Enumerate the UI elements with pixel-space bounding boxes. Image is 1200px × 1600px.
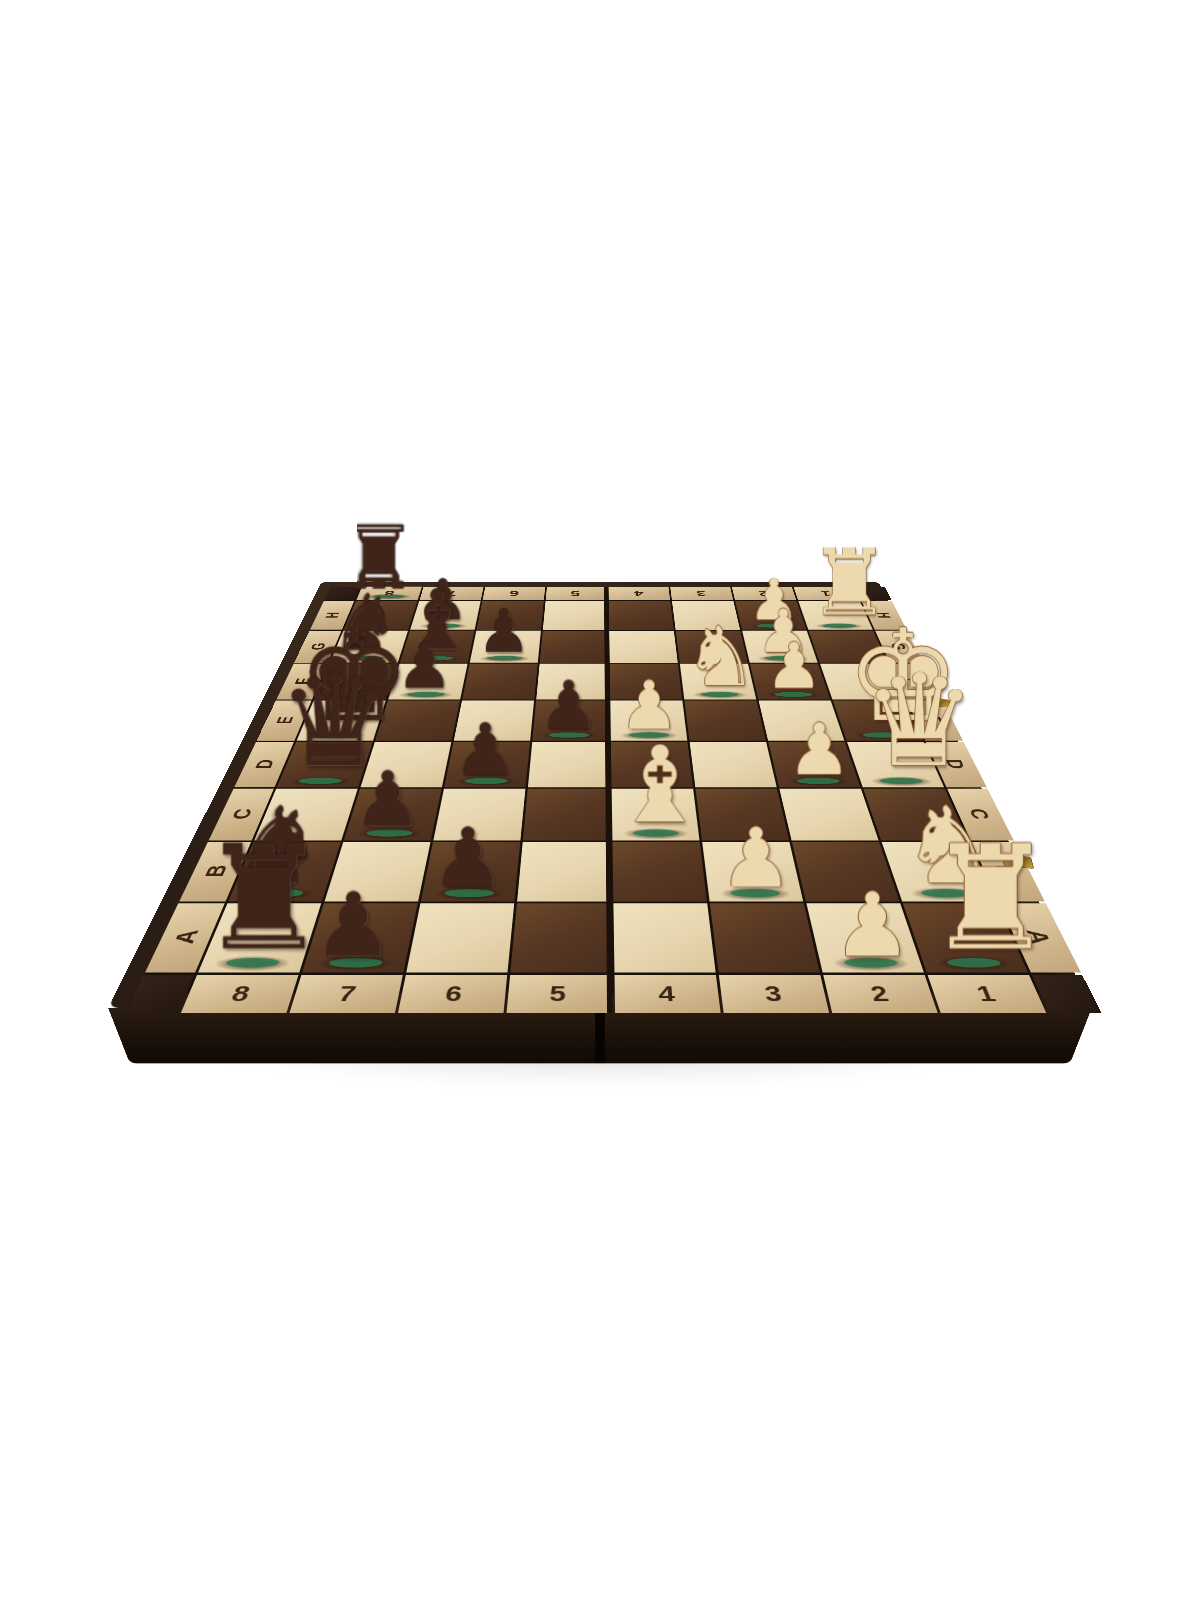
piece-felt-base — [327, 958, 383, 968]
piece-felt-base — [632, 830, 679, 837]
rank-label: 7 — [446, 590, 458, 598]
square-c2 — [779, 789, 878, 841]
piece-felt-base — [700, 692, 739, 697]
file-label: A — [1021, 930, 1056, 944]
square-h2: ♟ — [735, 601, 806, 630]
piece-felt-base — [919, 889, 972, 897]
rank-label: 7 — [336, 983, 358, 1005]
border-corner — [855, 587, 891, 600]
square-e7 — [375, 701, 460, 741]
square-b4 — [612, 842, 707, 902]
piece-felt-base — [224, 958, 281, 968]
square-d2: ♟ — [768, 742, 860, 787]
rank-label: 6 — [509, 590, 520, 598]
black-pawn-c7: ♟ — [344, 762, 431, 838]
border-corner — [324, 587, 360, 600]
piece-felt-base — [730, 889, 781, 897]
square-c5 — [523, 789, 610, 841]
file-label: A — [169, 930, 203, 944]
square-d5 — [528, 742, 609, 787]
rank-label-cell-5: 5 — [546, 587, 607, 600]
square-h4 — [609, 601, 674, 630]
square-e3 — [684, 701, 765, 741]
file-label: G — [307, 643, 329, 650]
box-front-side — [108, 1008, 1092, 1064]
piece-felt-base — [764, 656, 801, 660]
rank-label: 3 — [763, 983, 783, 1005]
black-pawn-a7: ♟ — [303, 881, 404, 969]
piece-felt-base — [878, 778, 924, 784]
square-c7: ♟ — [344, 789, 442, 841]
square-f4 — [610, 664, 683, 700]
square-b6: ♟ — [421, 842, 520, 902]
piece-felt-base — [365, 830, 413, 837]
rank-label: 4 — [634, 590, 644, 598]
file-label: D — [251, 759, 278, 768]
file-label: C — [228, 808, 257, 819]
square-g3 — [676, 631, 748, 663]
rank-label: 5 — [570, 590, 580, 598]
file-label-cell-C: C — [209, 789, 274, 841]
rank-label: 6 — [444, 983, 464, 1005]
rank-label: 2 — [868, 983, 891, 1005]
rank-label: 5 — [549, 983, 566, 1005]
square-h1: ♜ — [798, 601, 873, 630]
square-e2 — [759, 701, 845, 741]
product-photo-page: Overhead-angle product photo of a folded… — [0, 0, 1200, 1600]
piece-felt-base — [549, 732, 590, 738]
file-label: H — [322, 612, 343, 618]
piece-felt-base — [821, 624, 857, 628]
square-e4: ♟ — [610, 701, 687, 741]
square-e8: ♚ — [297, 701, 386, 741]
square-a5 — [510, 903, 611, 972]
rank-label: 1 — [820, 590, 833, 598]
piece-felt-base — [796, 778, 841, 784]
square-e6 — [454, 701, 534, 741]
piece-felt-base — [755, 624, 790, 628]
square-h7: ♟ — [410, 601, 481, 630]
square-g2: ♟ — [742, 631, 818, 663]
square-d8: ♛ — [277, 742, 373, 787]
pawn-glyph: ♟ — [822, 881, 923, 969]
square-c4: ♝ — [612, 789, 700, 841]
square-d7 — [361, 742, 452, 787]
file-label: F — [291, 678, 314, 684]
square-h3 — [672, 601, 740, 630]
square-b7 — [325, 842, 431, 902]
square-h6 — [476, 601, 543, 630]
file-label: G — [887, 643, 909, 650]
square-g8: ♞ — [330, 631, 408, 663]
rank-label: 1 — [973, 983, 998, 1005]
square-f2: ♟ — [750, 664, 830, 700]
square-d4 — [611, 742, 693, 787]
rank-label-cell-7: 7 — [419, 587, 483, 600]
square-g6: ♟ — [470, 631, 541, 663]
rank-label-cell-4: 4 — [609, 587, 671, 600]
square-c3 — [696, 789, 790, 841]
file-label: E — [272, 716, 297, 724]
file-label: F — [904, 678, 927, 684]
pawn-glyph: ♟ — [742, 572, 806, 628]
square-f7: ♟ — [388, 664, 467, 700]
white-pawn-a2: ♟ — [822, 881, 923, 969]
rank-label-cell-6: 6 — [483, 587, 546, 600]
square-f8 — [314, 664, 397, 700]
folding-chess-board: 8♜7654321H♟♟♜HG♞♝♟♟GF♟♞♟FE♚♟♟♚ED♛♟♟♛DC♟♝… — [108, 582, 1092, 1008]
square-b5 — [517, 842, 611, 902]
piece-felt-base — [464, 778, 508, 784]
square-b2 — [792, 842, 900, 902]
pawn-glyph: ♟ — [303, 881, 404, 969]
piece-felt-base — [252, 889, 305, 897]
pawn-glyph: ♟ — [410, 572, 474, 628]
square-d3 — [690, 742, 777, 787]
rook-glyph: ♜ — [357, 512, 418, 599]
piece-felt-base — [297, 778, 342, 784]
square-h8 — [344, 601, 418, 630]
file-label: C — [965, 808, 994, 819]
rank-label: 3 — [696, 590, 707, 598]
square-g1 — [809, 631, 888, 663]
piece-felt-base — [443, 889, 494, 897]
white-rook-h1: ♜ — [808, 537, 872, 629]
square-f3: ♞ — [680, 664, 756, 700]
file-label: D — [942, 759, 969, 768]
square-b3: ♟ — [702, 842, 803, 902]
white-pawn-h2: ♟ — [742, 572, 806, 628]
square-a4 — [613, 903, 715, 972]
rank-label: 2 — [758, 590, 770, 598]
rank-label-cell-1: 1 — [793, 587, 859, 600]
square-c6 — [433, 789, 525, 841]
rank-label-cell-3: 3 — [670, 587, 733, 600]
rook-glyph: ♜ — [808, 537, 872, 629]
square-a7: ♟ — [302, 903, 418, 972]
piece-felt-base — [628, 732, 669, 738]
square-f5 — [536, 664, 608, 700]
file-label: E — [922, 716, 947, 724]
piece-felt-base — [945, 958, 1002, 968]
black-pawn-h7: ♟ — [410, 572, 474, 628]
square-e5: ♟ — [532, 701, 608, 741]
file-label-cell-C: C — [947, 789, 1014, 841]
square-g4 — [609, 631, 678, 663]
black-rook-h8-on-border: ♜ — [357, 512, 418, 599]
square-a6 — [406, 903, 514, 972]
piece-felt-base — [842, 958, 898, 968]
square-a3 — [710, 903, 820, 972]
square-d6: ♟ — [444, 742, 530, 787]
rank-label-cell-8: 8♜ — [356, 587, 422, 600]
pawn-glyph: ♟ — [344, 762, 431, 838]
fold-gap — [595, 1008, 605, 1064]
square-g7: ♝ — [400, 631, 475, 663]
board-grid: 8♜7654321H♟♟♜HG♞♝♟♟GF♟♞♟FE♚♟♟♚ED♛♟♟♛DC♟♝… — [135, 587, 1064, 993]
piece-felt-base — [773, 692, 813, 697]
square-g5 — [540, 631, 608, 663]
rank-label-cell-2: 2 — [732, 587, 796, 600]
file-label: B — [201, 865, 232, 877]
rank-label: 8 — [228, 983, 253, 1005]
square-h5 — [543, 601, 608, 630]
file-label: H — [873, 612, 894, 618]
chess-set-scene: 8♜7654321H♟♟♜HG♞♝♟♟GF♟♞♟FE♚♟♟♚ED♛♟♟♛DC♟♝… — [108, 24, 1092, 1008]
square-f6 — [462, 664, 537, 700]
rank-label: 4 — [658, 983, 676, 1005]
